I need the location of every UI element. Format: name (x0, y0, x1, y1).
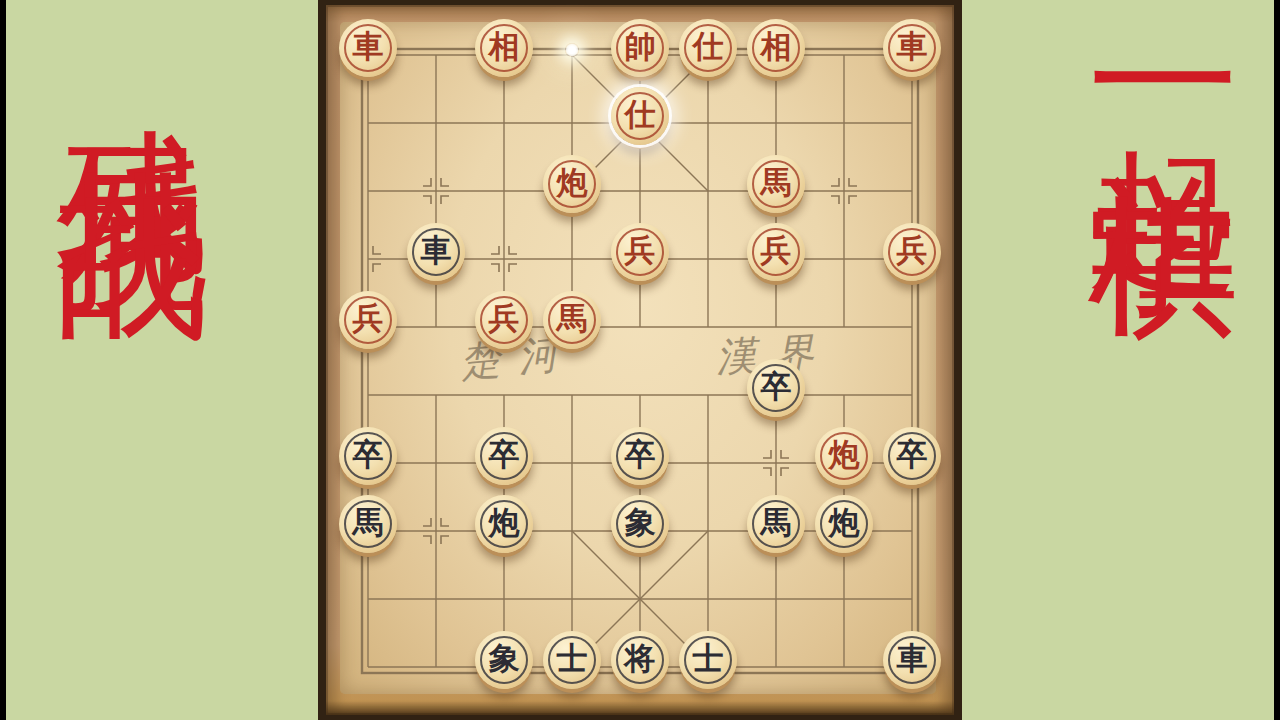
piece-red-chariot[interactable]: 車 (883, 19, 941, 77)
piece-black-advisor[interactable]: 士 (543, 631, 601, 689)
left-title-panel: 残局挑战 (6, 0, 318, 720)
piece-glyph: 象 (489, 638, 520, 680)
piece-glyph: 車 (897, 26, 928, 68)
right-title-panel: 一起学棋 (962, 0, 1274, 720)
piece-glyph: 馬 (353, 502, 384, 544)
piece-red-soldier[interactable]: 兵 (475, 291, 533, 349)
piece-black-soldier[interactable]: 卒 (747, 359, 805, 417)
xiangqi-board: 楚河 漢界 車相帥仕相車仕炮馬車兵兵兵兵兵馬卒卒卒卒炮卒馬炮象馬炮象士将士車 (318, 0, 962, 720)
piece-glyph: 相 (489, 26, 520, 68)
piece-glyph: 卒 (625, 434, 656, 476)
piece-glyph: 象 (625, 502, 656, 544)
piece-glyph: 兵 (761, 230, 792, 272)
piece-red-cannon[interactable]: 炮 (543, 155, 601, 213)
piece-red-horse[interactable]: 馬 (747, 155, 805, 213)
piece-glyph: 仕 (693, 26, 724, 68)
piece-glyph: 卒 (489, 434, 520, 476)
piece-glyph: 炮 (829, 434, 860, 476)
piece-glyph: 将 (625, 638, 656, 680)
piece-glyph: 卒 (353, 434, 384, 476)
piece-black-horse[interactable]: 馬 (747, 495, 805, 553)
right-banner-text: 一起学棋 (1084, 6, 1246, 94)
piece-black-advisor[interactable]: 士 (679, 631, 737, 689)
piece-black-soldier[interactable]: 卒 (883, 427, 941, 485)
piece-black-chariot[interactable]: 車 (883, 631, 941, 689)
piece-glyph: 炮 (489, 502, 520, 544)
piece-glyph: 炮 (829, 502, 860, 544)
piece-black-cannon[interactable]: 炮 (475, 495, 533, 553)
piece-glyph: 兵 (625, 230, 656, 272)
piece-glyph: 馬 (761, 502, 792, 544)
piece-glyph: 卒 (761, 366, 792, 408)
piece-glyph: 馬 (557, 298, 588, 340)
piece-red-cannon[interactable]: 炮 (815, 427, 873, 485)
piece-glyph: 車 (353, 26, 384, 68)
piece-red-soldier[interactable]: 兵 (747, 223, 805, 281)
last-move-highlight (565, 43, 579, 57)
piece-black-soldier[interactable]: 卒 (475, 427, 533, 485)
piece-black-elephant[interactable]: 象 (611, 495, 669, 553)
piece-glyph: 兵 (897, 230, 928, 272)
piece-glyph: 仕 (625, 94, 656, 136)
piece-black-horse[interactable]: 馬 (339, 495, 397, 553)
piece-black-cannon[interactable]: 炮 (815, 495, 873, 553)
piece-glyph: 兵 (489, 298, 520, 340)
piece-glyph: 炮 (557, 162, 588, 204)
left-banner-text: 残局挑战 (53, 6, 215, 94)
piece-red-general[interactable]: 帥 (611, 19, 669, 77)
piece-glyph: 士 (557, 638, 588, 680)
piece-red-elephant[interactable]: 相 (747, 19, 805, 77)
piece-red-soldier[interactable]: 兵 (611, 223, 669, 281)
screenshot-root: 残局挑战 楚河 漢界 車相帥仕相車仕炮馬車兵兵兵兵兵馬卒卒卒卒炮卒馬炮象馬炮象士… (0, 0, 1280, 720)
piece-black-chariot[interactable]: 車 (407, 223, 465, 281)
piece-red-advisor[interactable]: 仕 (679, 19, 737, 77)
piece-black-soldier[interactable]: 卒 (339, 427, 397, 485)
piece-glyph: 車 (421, 230, 452, 272)
piece-red-soldier[interactable]: 兵 (339, 291, 397, 349)
piece-black-soldier[interactable]: 卒 (611, 427, 669, 485)
piece-glyph: 相 (761, 26, 792, 68)
piece-glyph: 卒 (897, 434, 928, 476)
piece-red-chariot[interactable]: 車 (339, 19, 397, 77)
piece-red-advisor[interactable]: 仕 (611, 87, 669, 145)
piece-black-general[interactable]: 将 (611, 631, 669, 689)
piece-black-elephant[interactable]: 象 (475, 631, 533, 689)
piece-glyph: 兵 (353, 298, 384, 340)
piece-glyph: 帥 (625, 26, 656, 68)
piece-red-soldier[interactable]: 兵 (883, 223, 941, 281)
piece-glyph: 士 (693, 638, 724, 680)
piece-glyph: 馬 (761, 162, 792, 204)
piece-glyph: 車 (897, 638, 928, 680)
piece-red-elephant[interactable]: 相 (475, 19, 533, 77)
piece-red-horse[interactable]: 馬 (543, 291, 601, 349)
